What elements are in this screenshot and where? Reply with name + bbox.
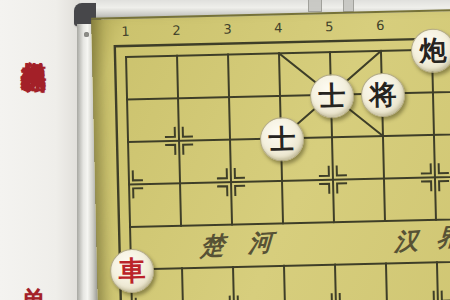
column-label: 4 xyxy=(267,20,289,36)
column-label: 3 xyxy=(216,21,238,37)
river-label-char: 楚 xyxy=(197,231,228,261)
river-label-char: 汉 xyxy=(391,226,422,256)
rivet-icon xyxy=(84,32,89,37)
rail-clip xyxy=(343,0,354,12)
rail-clip xyxy=(308,0,322,12)
piece-glyph: 将 xyxy=(369,73,397,116)
piece-red-chariot: 車 xyxy=(110,248,155,293)
sidebar-vertical-title-2: 单 xyxy=(21,266,46,267)
column-label: 1 xyxy=(114,24,136,40)
sidebar: 象棋残局基础训练 单 xyxy=(0,0,80,300)
piece-glyph: 炮 xyxy=(419,29,447,72)
piece-glyph: 士 xyxy=(268,118,296,161)
piece-black-general: 将 xyxy=(360,72,405,117)
river-label-char: 河 xyxy=(245,228,276,258)
xiangqi-board: 123456 楚河汉界 炮士将士車 xyxy=(91,7,450,300)
column-label: 5 xyxy=(318,19,340,35)
piece-glyph: 車 xyxy=(118,249,146,292)
video-frame: 象棋残局基础训练 单 123456 楚河汉界 炮士将士車 xyxy=(0,0,450,300)
sidebar-vertical-title: 象棋残局基础训练 xyxy=(21,41,46,49)
piece-glyph: 士 xyxy=(318,74,346,117)
piece-black-advisor: 士 xyxy=(310,73,355,118)
river-label-char: 界 xyxy=(433,222,450,252)
column-label: 2 xyxy=(165,23,187,39)
column-label: 6 xyxy=(369,18,391,34)
